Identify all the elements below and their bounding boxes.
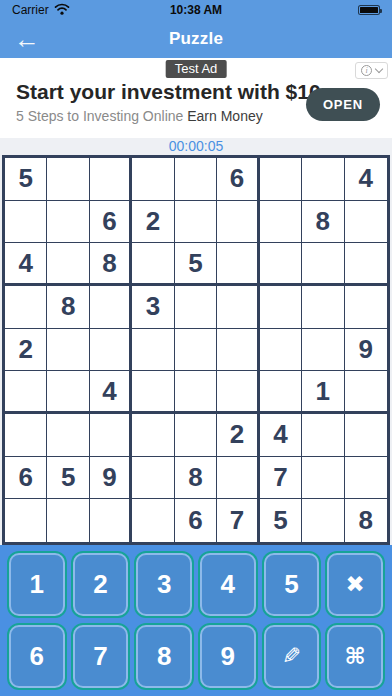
clock-label: 10:38 AM — [170, 3, 222, 17]
status-bar: Carrier 10:38 AM — [0, 0, 392, 20]
sudoku-cell-r4c8[interactable] — [302, 286, 344, 329]
sudoku-cell-r2c1[interactable] — [5, 201, 47, 244]
sudoku-cell-r1c2[interactable] — [47, 158, 89, 201]
sudoku-cell-r1c9[interactable]: 4 — [345, 158, 387, 201]
sudoku-cell-r1c1[interactable]: 5 — [5, 158, 47, 201]
ad-advertiser: Earn Money — [187, 108, 262, 124]
sudoku-cell-r2c9[interactable] — [345, 201, 387, 244]
sudoku-cell-r2c5[interactable] — [175, 201, 217, 244]
ad-banner[interactable]: Test Ad i Start your investment with $10… — [0, 58, 392, 138]
sudoku-cell-r8c8[interactable] — [302, 457, 344, 500]
sudoku-cell-r1c4[interactable] — [132, 158, 174, 201]
sudoku-cell-r7c6[interactable]: 2 — [217, 414, 259, 457]
sudoku-cell-r4c4[interactable]: 3 — [132, 286, 174, 329]
sudoku-cell-r4c1[interactable] — [5, 286, 47, 329]
sudoku-cell-r5c7[interactable] — [260, 329, 302, 372]
back-button[interactable]: ← — [14, 20, 40, 58]
wifi-icon — [54, 1, 70, 19]
sudoku-cell-r2c2[interactable] — [47, 201, 89, 244]
key-4[interactable]: 4 — [200, 553, 256, 616]
key-1[interactable]: 1 — [9, 553, 65, 616]
sudoku-cell-r7c8[interactable] — [302, 414, 344, 457]
sudoku-cell-r3c1[interactable]: 4 — [5, 243, 47, 286]
sudoku-cell-r7c2[interactable] — [47, 414, 89, 457]
app-screen: Carrier 10:38 AM ← Puzzle Test Ad i Star… — [0, 0, 392, 696]
sudoku-cell-r4c7[interactable] — [260, 286, 302, 329]
sudoku-cell-r7c7[interactable]: 4 — [260, 414, 302, 457]
sudoku-board-area: 56462848583294124659876758 — [0, 155, 392, 545]
sudoku-cell-r3c8[interactable] — [302, 243, 344, 286]
sudoku-cell-r8c2[interactable]: 5 — [47, 457, 89, 500]
sudoku-cell-r2c4[interactable]: 2 — [132, 201, 174, 244]
sudoku-cell-r9c7[interactable]: 5 — [260, 499, 302, 542]
key-7[interactable]: 7 — [73, 625, 129, 688]
carrier-label: Carrier — [12, 3, 49, 17]
sudoku-cell-r7c3[interactable] — [90, 414, 132, 457]
key-6[interactable]: 6 — [9, 625, 65, 688]
key-3[interactable]: 3 — [136, 553, 192, 616]
sudoku-cell-r9c1[interactable] — [5, 499, 47, 542]
sudoku-cell-r6c1[interactable] — [5, 371, 47, 414]
ad-open-button[interactable]: OPEN — [306, 88, 380, 121]
command-key[interactable]: ⌘ — [327, 625, 383, 688]
sudoku-cell-r7c1[interactable] — [5, 414, 47, 457]
key-2[interactable]: 2 — [73, 553, 129, 616]
sudoku-cell-r9c9[interactable]: 8 — [345, 499, 387, 542]
sudoku-cell-r2c7[interactable] — [260, 201, 302, 244]
sudoku-cell-r8c3[interactable]: 9 — [90, 457, 132, 500]
key-8[interactable]: 8 — [136, 625, 192, 688]
sudoku-cell-r8c6[interactable] — [217, 457, 259, 500]
back-arrow-icon: ← — [14, 26, 40, 52]
number-keypad: 12345✖6789✎⌘ — [0, 545, 392, 696]
sudoku-cell-r9c5[interactable]: 6 — [175, 499, 217, 542]
sudoku-cell-r6c7[interactable] — [260, 371, 302, 414]
chevron-down-icon — [375, 65, 383, 73]
sudoku-cell-r3c3[interactable]: 8 — [90, 243, 132, 286]
sudoku-cell-r6c3[interactable]: 4 — [90, 371, 132, 414]
sudoku-cell-r4c2[interactable]: 8 — [47, 286, 89, 329]
sudoku-cell-r6c8[interactable]: 1 — [302, 371, 344, 414]
sudoku-cell-r4c5[interactable] — [175, 286, 217, 329]
sudoku-cell-r6c9[interactable] — [345, 371, 387, 414]
sudoku-cell-r4c6[interactable] — [217, 286, 259, 329]
sudoku-cell-r9c4[interactable] — [132, 499, 174, 542]
pencil-key[interactable]: ✎ — [264, 625, 320, 688]
sudoku-cell-r9c6[interactable]: 7 — [217, 499, 259, 542]
sudoku-cell-r1c6[interactable]: 6 — [217, 158, 259, 201]
sudoku-cell-r6c2[interactable] — [47, 371, 89, 414]
timer-label: 00:00:05 — [169, 138, 224, 154]
sudoku-cell-r2c6[interactable] — [217, 201, 259, 244]
sudoku-cell-r8c9[interactable] — [345, 457, 387, 500]
sudoku-cell-r2c3[interactable]: 6 — [90, 201, 132, 244]
ad-headline: Start your investment with $10 — [16, 80, 321, 104]
sudoku-cell-r5c4[interactable] — [132, 329, 174, 372]
key-5[interactable]: 5 — [264, 553, 320, 616]
test-ad-badge: Test Ad — [166, 60, 227, 78]
sudoku-cell-r7c9[interactable] — [345, 414, 387, 457]
sudoku-cell-r8c1[interactable]: 6 — [5, 457, 47, 500]
sudoku-cell-r9c3[interactable] — [90, 499, 132, 542]
battery-icon — [358, 5, 380, 15]
sudoku-cell-r1c8[interactable] — [302, 158, 344, 201]
sudoku-cell-r8c5[interactable]: 8 — [175, 457, 217, 500]
sudoku-cell-r2c8[interactable]: 8 — [302, 201, 344, 244]
ad-subtext: 5 Steps to Investing Online Earn Money — [16, 108, 263, 124]
sudoku-cell-r1c3[interactable] — [90, 158, 132, 201]
sudoku-cell-r5c5[interactable] — [175, 329, 217, 372]
sudoku-cell-r5c2[interactable] — [47, 329, 89, 372]
sudoku-board: 56462848583294124659876758 — [2, 155, 390, 545]
sudoku-cell-r3c9[interactable] — [345, 243, 387, 286]
sudoku-cell-r5c1[interactable]: 2 — [5, 329, 47, 372]
sudoku-cell-r4c3[interactable] — [90, 286, 132, 329]
sudoku-cell-r1c7[interactable] — [260, 158, 302, 201]
sudoku-cell-r3c6[interactable] — [217, 243, 259, 286]
sudoku-cell-r3c4[interactable] — [132, 243, 174, 286]
sudoku-cell-r5c3[interactable] — [90, 329, 132, 372]
sudoku-cell-r6c4[interactable] — [132, 371, 174, 414]
sudoku-cell-r9c8[interactable] — [302, 499, 344, 542]
info-icon: i — [361, 65, 372, 76]
sudoku-cell-r8c7[interactable]: 7 — [260, 457, 302, 500]
sudoku-cell-r5c9[interactable]: 9 — [345, 329, 387, 372]
timer-strip: 00:00:05 — [0, 138, 392, 155]
sudoku-cell-r3c7[interactable] — [260, 243, 302, 286]
sudoku-cell-r7c5[interactable] — [175, 414, 217, 457]
sudoku-cell-r6c6[interactable] — [217, 371, 259, 414]
key-9[interactable]: 9 — [200, 625, 256, 688]
sudoku-cell-r9c2[interactable] — [47, 499, 89, 542]
delete-key[interactable]: ✖ — [327, 553, 383, 616]
ad-choices-control[interactable]: i — [355, 62, 388, 79]
sudoku-cell-r8c4[interactable] — [132, 457, 174, 500]
sudoku-cell-r4c9[interactable] — [345, 286, 387, 329]
sudoku-cell-r5c6[interactable] — [217, 329, 259, 372]
sudoku-cell-r5c8[interactable] — [302, 329, 344, 372]
sudoku-cell-r3c2[interactable] — [47, 243, 89, 286]
sudoku-cell-r1c5[interactable] — [175, 158, 217, 201]
nav-bar: ← Puzzle — [0, 20, 392, 58]
sudoku-cell-r7c4[interactable] — [132, 414, 174, 457]
sudoku-cell-r3c5[interactable]: 5 — [175, 243, 217, 286]
page-title: Puzzle — [169, 29, 223, 49]
sudoku-cell-r6c5[interactable] — [175, 371, 217, 414]
